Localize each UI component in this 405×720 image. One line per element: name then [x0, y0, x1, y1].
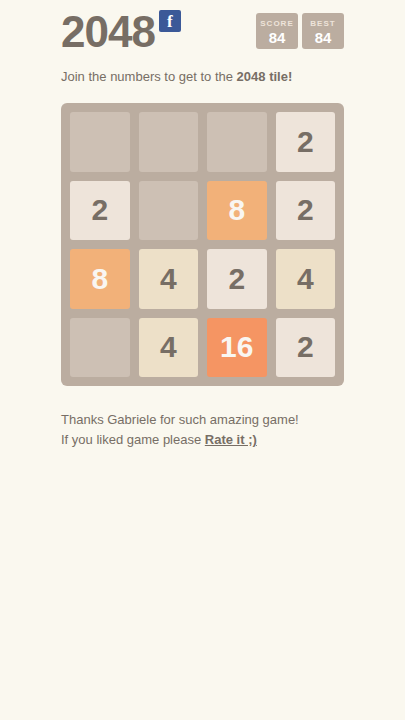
tile-8: 8 — [207, 181, 267, 241]
tile-2: 2 — [276, 318, 336, 378]
footer-rate-prefix: If you liked game please — [61, 432, 205, 447]
best-value: 84 — [302, 29, 344, 46]
score-label: SCORE — [256, 19, 298, 28]
score-value: 84 — [256, 29, 298, 46]
cell-empty — [139, 181, 199, 241]
tile-4: 4 — [139, 318, 199, 378]
best-label: BEST — [302, 19, 344, 28]
tile-16: 16 — [207, 318, 267, 378]
rate-it-link[interactable]: Rate it ;) — [205, 432, 257, 447]
board[interactable]: 228284244162 — [61, 103, 344, 386]
tile-2: 2 — [70, 181, 130, 241]
cell-empty — [70, 112, 130, 172]
game-intro-prefix: Join the numbers to get to the — [61, 69, 237, 84]
cell-empty — [207, 112, 267, 172]
cell-empty — [70, 318, 130, 378]
footer-thanks-line: Thanks Gabriele for such amazing game! — [61, 410, 344, 430]
tile-2: 2 — [276, 181, 336, 241]
tile-2: 2 — [276, 112, 336, 172]
game-intro-goal: 2048 tile! — [237, 69, 293, 84]
facebook-share-icon[interactable]: f — [159, 10, 181, 32]
footer: Thanks Gabriele for such amazing game! I… — [61, 410, 344, 450]
best-box: BEST 84 — [302, 13, 344, 49]
score-box: SCORE 84 — [256, 13, 298, 49]
footer-rate-line: If you liked game please Rate it ;) — [61, 430, 344, 450]
tile-4: 4 — [139, 249, 199, 309]
tile-4: 4 — [276, 249, 336, 309]
score-panel: SCORE 84 BEST 84 — [256, 13, 344, 49]
page-title: 2048 — [61, 6, 155, 58]
game-intro-text: Join the numbers to get to the 2048 tile… — [61, 69, 344, 84]
page-container: 2048f SCORE 84 BEST 84 Join the numbers … — [61, 0, 344, 450]
header: 2048f SCORE 84 BEST 84 — [61, 6, 344, 62]
cell-empty — [139, 112, 199, 172]
tile-8: 8 — [70, 249, 130, 309]
tile-2: 2 — [207, 249, 267, 309]
